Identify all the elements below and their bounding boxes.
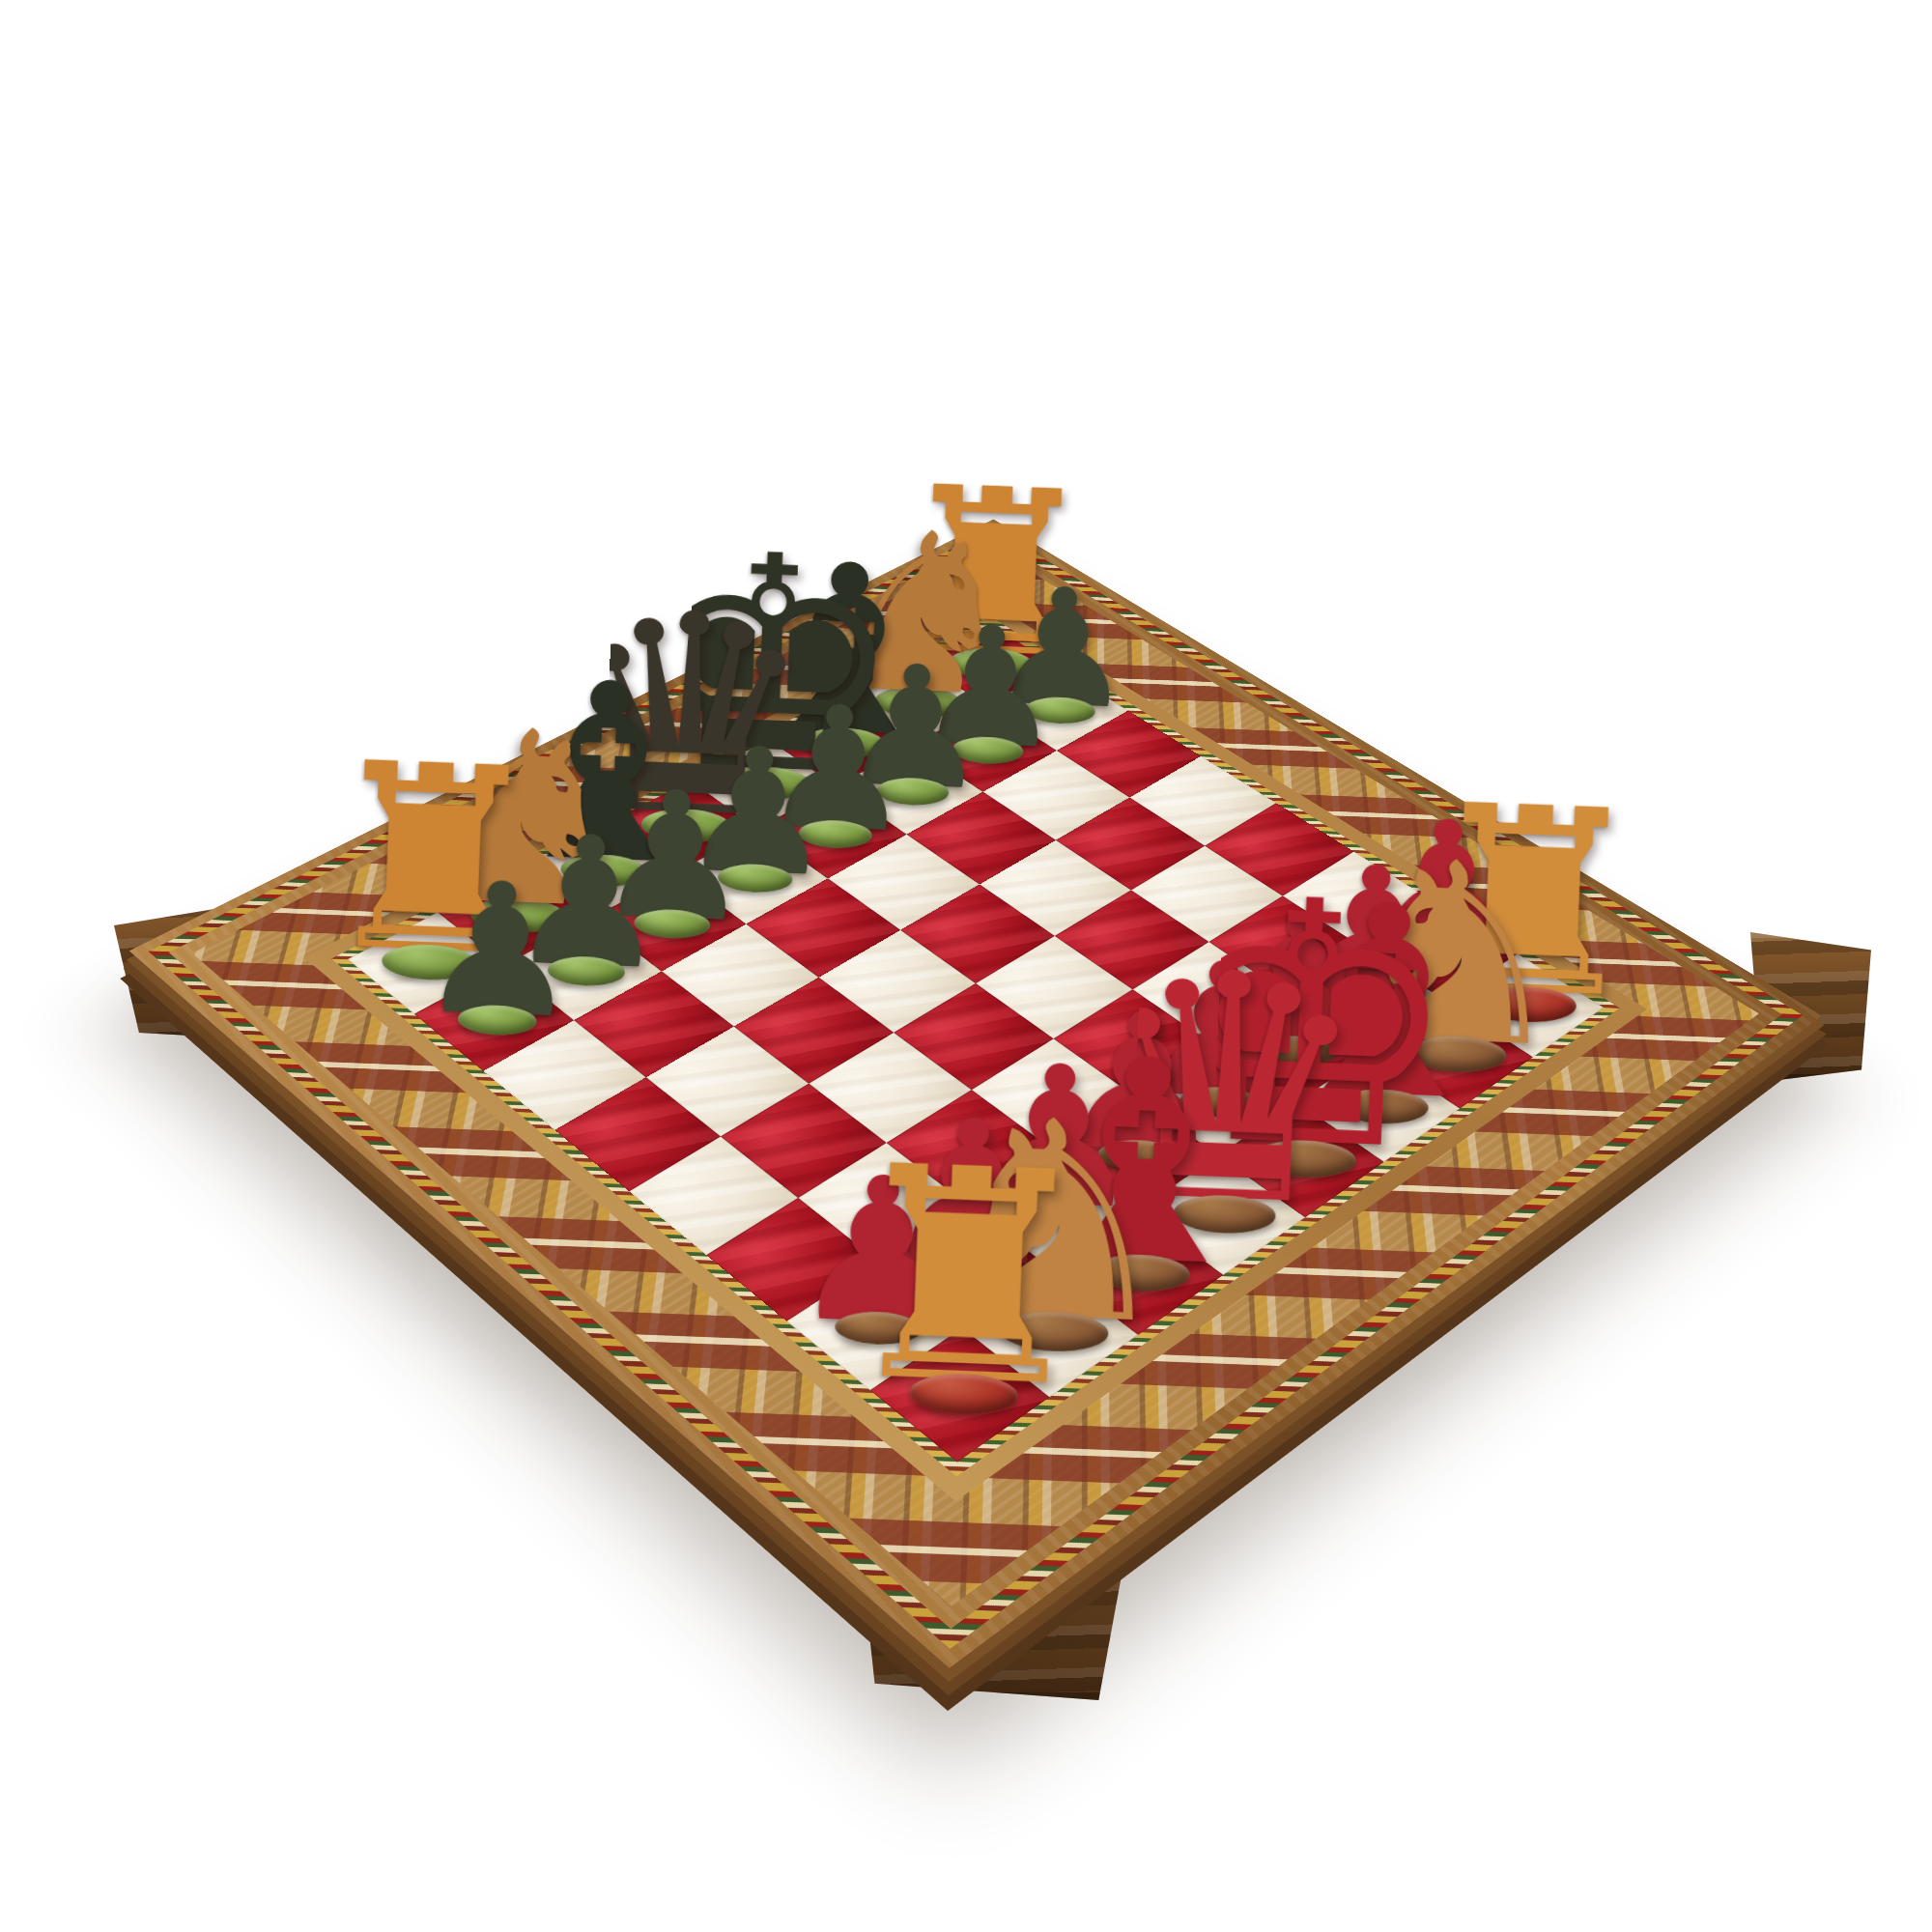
board-grid: ♜♞♝♛♚♝♞♜♟♟♟♟♟♟♟♟♟♟♟♟♟♟♟♟♜♞♝♛♚♝♞♜ — [348, 624, 1604, 1462]
piece-black-knight-g8[interactable]: ♞ — [839, 526, 1004, 722]
chess-set-scene: ♜♞♝♛♚♝♞♜♟♟♟♟♟♟♟♟♟♟♟♟♟♟♟♟♜♞♝♛♚♝♞♜ — [355, 362, 1598, 1605]
pawn-figurine-glyph: ♟ — [415, 876, 584, 1024]
knight-figurine-glyph: ♞ — [820, 526, 1024, 704]
rook-figurine-glyph: ♜ — [833, 1159, 1103, 1398]
perspective-camera: ♜♞♝♛♚♝♞♜♟♟♟♟♟♟♟♟♟♟♟♟♟♟♟♟♜♞♝♛♚♝♞♜ — [355, 362, 1598, 1605]
background: ♜♞♝♛♚♝♞♜♟♟♟♟♟♟♟♟♟♟♟♟♟♟♟♟♜♞♝♛♚♝♞♜ — [0, 0, 1932, 1932]
piece-black-pawn-a7[interactable]: ♟ — [408, 876, 590, 1038]
square-g8[interactable]: ♞ — [844, 662, 986, 746]
piece-white-rook-a1[interactable]: ♜ — [864, 1160, 1072, 1418]
